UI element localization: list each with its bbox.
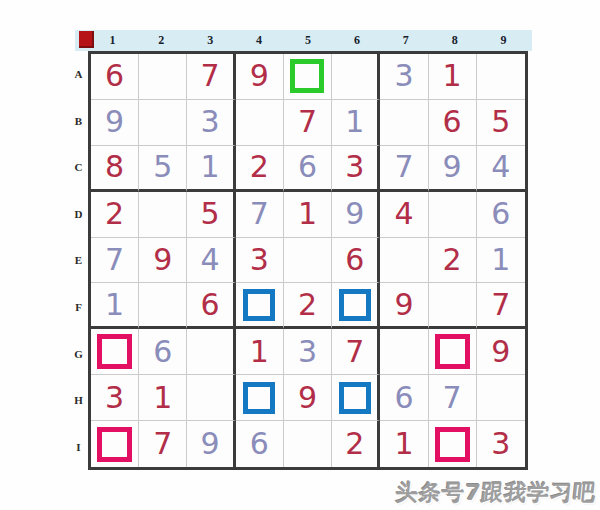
cell-F6[interactable]: [332, 283, 380, 329]
cell-digit: 1: [443, 61, 462, 91]
cell-digit: 6: [250, 429, 269, 459]
row-labels: ABCDEFGHI: [70, 51, 87, 470]
cell-I5[interactable]: [284, 421, 332, 467]
cell-digit: 6: [345, 245, 364, 275]
cell-H8[interactable]: 7: [429, 375, 477, 421]
cell-E7[interactable]: [380, 238, 428, 284]
cell-E6[interactable]: 6: [332, 238, 380, 284]
cell-digit: 1: [491, 245, 510, 275]
cell-digit: 1: [105, 290, 124, 320]
cell-digit: 4: [491, 152, 510, 182]
cell-digit: 9: [105, 107, 124, 137]
cell-digit: 9: [345, 199, 364, 229]
cell-digit: 1: [250, 337, 269, 367]
cell-C5[interactable]: 6: [284, 146, 332, 192]
cell-B9[interactable]: 5: [477, 100, 525, 146]
cell-digit: 2: [250, 152, 269, 182]
cell-D9[interactable]: 6: [477, 192, 525, 238]
cell-A2[interactable]: [139, 54, 187, 100]
cell-H3[interactable]: [187, 375, 235, 421]
cell-G9[interactable]: 9: [477, 329, 525, 375]
cell-digit: 7: [201, 61, 220, 91]
cell-digit: 4: [394, 199, 413, 229]
cell-B1[interactable]: 9: [91, 100, 139, 146]
pink-highlight-box: [435, 334, 470, 369]
cell-H1[interactable]: 3: [91, 375, 139, 421]
cell-D6[interactable]: 9: [332, 192, 380, 238]
cell-I7[interactable]: 1: [380, 421, 428, 467]
cell-digit: 2: [105, 199, 124, 229]
cell-D4[interactable]: 7: [236, 192, 284, 238]
cell-digit: 7: [298, 107, 317, 137]
cell-C1[interactable]: 8: [91, 146, 139, 192]
column-header-7: 7: [381, 30, 430, 51]
cell-E2[interactable]: 9: [139, 238, 187, 284]
cell-B3[interactable]: 3: [187, 100, 235, 146]
cell-A9[interactable]: [477, 54, 525, 100]
blue-highlight-box: [243, 289, 275, 321]
blue-highlight-box: [243, 382, 275, 414]
cell-F9[interactable]: 7: [477, 283, 525, 329]
cell-E9[interactable]: 1: [477, 238, 525, 284]
cell-I8[interactable]: [429, 421, 477, 467]
cell-B4[interactable]: [236, 100, 284, 146]
cell-I1[interactable]: [91, 421, 139, 467]
cell-E3[interactable]: 4: [187, 238, 235, 284]
cell-G3[interactable]: [187, 329, 235, 375]
row-label-C: C: [70, 144, 87, 191]
cell-digit: 6: [153, 337, 172, 367]
cell-E5[interactable]: [284, 238, 332, 284]
cell-digit: 6: [394, 383, 413, 413]
cell-E4[interactable]: 3: [236, 238, 284, 284]
cell-A8[interactable]: 1: [429, 54, 477, 100]
cell-digit: 5: [491, 107, 510, 137]
column-header-5: 5: [284, 30, 333, 51]
column-header-2: 2: [137, 30, 186, 51]
column-header-8: 8: [430, 30, 479, 51]
cell-F7[interactable]: 9: [380, 283, 428, 329]
cell-G4[interactable]: 1: [236, 329, 284, 375]
cell-digit: 2: [345, 429, 364, 459]
cell-C8[interactable]: 9: [429, 146, 477, 192]
cell-digit: 3: [345, 152, 364, 182]
pink-highlight-box: [97, 334, 132, 369]
cell-I4[interactable]: 6: [236, 421, 284, 467]
pink-highlight-box: [97, 427, 132, 462]
cell-H5[interactable]: 9: [284, 375, 332, 421]
cell-digit: 7: [345, 337, 364, 367]
cell-D2[interactable]: [139, 192, 187, 238]
cell-B5[interactable]: 7: [284, 100, 332, 146]
row-label-H: H: [70, 377, 87, 424]
cell-G2[interactable]: 6: [139, 329, 187, 375]
cell-C4[interactable]: 2: [236, 146, 284, 192]
row-label-G: G: [70, 330, 87, 377]
cell-D1[interactable]: 2: [91, 192, 139, 238]
cell-digit: 9: [201, 429, 220, 459]
row-label-D: D: [70, 191, 87, 238]
cell-H6[interactable]: [332, 375, 380, 421]
cell-B7[interactable]: [380, 100, 428, 146]
cell-G1[interactable]: [91, 329, 139, 375]
cell-H2[interactable]: 1: [139, 375, 187, 421]
cell-digit: 9: [443, 152, 462, 182]
cell-digit: 6: [443, 107, 462, 137]
cell-C3[interactable]: 1: [187, 146, 235, 192]
column-header-1: 1: [88, 30, 137, 51]
cell-H9[interactable]: [477, 375, 525, 421]
sudoku-diagram: 123456789 ABCDEFGHI 67931937165851263794…: [0, 0, 600, 510]
cell-A5[interactable]: [284, 54, 332, 100]
cell-digit: 5: [201, 199, 220, 229]
cell-D5[interactable]: 1: [284, 192, 332, 238]
cell-digit: 9: [394, 290, 413, 320]
cell-digit: 2: [298, 290, 317, 320]
cell-digit: 9: [491, 337, 510, 367]
cell-H7[interactable]: 6: [380, 375, 428, 421]
cell-digit: 5: [153, 152, 172, 182]
cell-E8[interactable]: 2: [429, 238, 477, 284]
column-headers: 123456789: [88, 30, 528, 51]
cell-C9[interactable]: 4: [477, 146, 525, 192]
cell-digit: 1: [394, 429, 413, 459]
cell-digit: 7: [443, 383, 462, 413]
blue-highlight-box: [339, 289, 371, 321]
cell-digit: 4: [201, 245, 220, 275]
cell-A1[interactable]: 6: [91, 54, 139, 100]
cell-digit: 9: [298, 383, 317, 413]
cell-digit: 6: [105, 61, 124, 91]
cell-digit: 1: [298, 199, 317, 229]
cell-digit: 3: [105, 383, 124, 413]
cell-A7[interactable]: 3: [380, 54, 428, 100]
cell-digit: 8: [105, 152, 124, 182]
cell-G8[interactable]: [429, 329, 477, 375]
cell-G7[interactable]: [380, 329, 428, 375]
green-highlight-box: [290, 59, 324, 93]
cell-C7[interactable]: 7: [380, 146, 428, 192]
cell-D7[interactable]: 4: [380, 192, 428, 238]
cell-A6[interactable]: [332, 54, 380, 100]
cell-digit: 7: [394, 152, 413, 182]
cell-digit: 1: [153, 383, 172, 413]
cell-A3[interactable]: 7: [187, 54, 235, 100]
cell-digit: 7: [105, 245, 124, 275]
cell-H4[interactable]: [236, 375, 284, 421]
cell-digit: 3: [298, 337, 317, 367]
cell-digit: 6: [201, 290, 220, 320]
cell-digit: 7: [153, 429, 172, 459]
blue-highlight-box: [339, 382, 371, 414]
cell-digit: 2: [443, 245, 462, 275]
row-label-I: I: [70, 423, 87, 470]
cell-F3[interactable]: 6: [187, 283, 235, 329]
pink-highlight-box: [435, 427, 470, 462]
cell-F4[interactable]: [236, 283, 284, 329]
cell-digit: 6: [491, 199, 510, 229]
cell-G6[interactable]: 7: [332, 329, 380, 375]
cell-digit: 3: [201, 107, 220, 137]
cell-A4[interactable]: 9: [236, 54, 284, 100]
cell-F2[interactable]: [139, 283, 187, 329]
cell-digit: 9: [153, 245, 172, 275]
column-header-3: 3: [186, 30, 235, 51]
cell-F1[interactable]: 1: [91, 283, 139, 329]
row-label-B: B: [70, 98, 87, 145]
row-label-A: A: [70, 51, 87, 98]
cell-digit: 9: [250, 61, 269, 91]
column-header-9: 9: [479, 30, 528, 51]
cell-I3[interactable]: 9: [187, 421, 235, 467]
cell-digit: 3: [394, 61, 413, 91]
cell-digit: 3: [250, 245, 269, 275]
cell-B8[interactable]: 6: [429, 100, 477, 146]
cell-digit: 1: [345, 107, 364, 137]
cell-F8[interactable]: [429, 283, 477, 329]
watermark-text: 头条号7跟我学习吧: [394, 478, 597, 508]
cell-I6[interactable]: 2: [332, 421, 380, 467]
cell-digit: 7: [250, 199, 269, 229]
cell-I9[interactable]: 3: [477, 421, 525, 467]
cell-G5[interactable]: 3: [284, 329, 332, 375]
sudoku-board: 6793193716585126379425719467943621162976…: [88, 51, 528, 470]
cell-digit: 3: [491, 429, 510, 459]
cell-B6[interactable]: 1: [332, 100, 380, 146]
cell-C2[interactable]: 5: [139, 146, 187, 192]
cell-E1[interactable]: 7: [91, 238, 139, 284]
cell-digit: 6: [298, 152, 317, 182]
cell-B2[interactable]: [139, 100, 187, 146]
cell-D8[interactable]: [429, 192, 477, 238]
cell-digit: 1: [201, 152, 220, 182]
row-label-F: F: [70, 284, 87, 331]
cell-digit: 7: [491, 290, 510, 320]
cell-F5[interactable]: 2: [284, 283, 332, 329]
cell-D3[interactable]: 5: [187, 192, 235, 238]
column-header-4: 4: [235, 30, 284, 51]
column-header-6: 6: [332, 30, 381, 51]
row-label-E: E: [70, 237, 87, 284]
cell-I2[interactable]: 7: [139, 421, 187, 467]
cell-C6[interactable]: 3: [332, 146, 380, 192]
